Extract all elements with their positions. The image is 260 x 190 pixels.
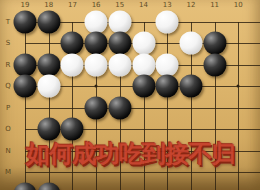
white-stone xyxy=(85,53,108,76)
black-stone xyxy=(61,32,84,55)
go-board-screenshot: TSRQPONM19181716151413121110 如何成功吃到接不归 xyxy=(0,0,260,190)
black-stone xyxy=(156,75,179,98)
row-label: N xyxy=(5,147,10,154)
row-label: P xyxy=(6,104,10,111)
row-label: Q xyxy=(5,83,11,90)
white-stone xyxy=(132,53,155,76)
caption-overlay: 如何成功吃到接不归 xyxy=(26,141,256,167)
column-label: 13 xyxy=(163,1,172,8)
black-stone xyxy=(37,10,60,33)
column-label: 14 xyxy=(139,1,148,8)
white-stone xyxy=(132,32,155,55)
white-stone xyxy=(179,32,202,55)
row-label: O xyxy=(5,126,11,133)
star-point xyxy=(95,85,98,88)
column-label: 16 xyxy=(92,1,101,8)
column-label: 19 xyxy=(21,1,30,8)
black-stone xyxy=(37,182,60,190)
black-stone xyxy=(179,75,202,98)
row-label: R xyxy=(6,61,11,68)
black-stone xyxy=(132,75,155,98)
white-stone xyxy=(108,10,131,33)
row-label: M xyxy=(5,169,11,176)
column-label: 18 xyxy=(44,1,53,8)
star-point xyxy=(237,85,240,88)
grid-hline xyxy=(25,108,260,109)
row-label: S xyxy=(6,40,10,47)
white-stone xyxy=(156,10,179,33)
white-stone xyxy=(61,53,84,76)
column-label: 17 xyxy=(68,1,77,8)
black-stone xyxy=(85,32,108,55)
white-stone xyxy=(37,75,60,98)
column-label: 12 xyxy=(186,1,195,8)
column-label: 10 xyxy=(234,1,243,8)
black-stone xyxy=(14,10,37,33)
black-stone xyxy=(14,182,37,190)
white-stone xyxy=(85,10,108,33)
black-stone xyxy=(108,32,131,55)
grid-hline xyxy=(25,172,260,173)
black-stone xyxy=(61,118,84,141)
black-stone xyxy=(203,32,226,55)
white-stone xyxy=(108,53,131,76)
black-stone xyxy=(14,53,37,76)
black-stone xyxy=(85,96,108,119)
black-stone xyxy=(14,75,37,98)
column-label: 11 xyxy=(210,1,219,8)
black-stone xyxy=(37,118,60,141)
black-stone xyxy=(203,53,226,76)
black-stone xyxy=(108,96,131,119)
white-stone xyxy=(156,53,179,76)
black-stone xyxy=(37,53,60,76)
row-label: T xyxy=(6,18,10,25)
grid-hline xyxy=(25,22,260,23)
column-label: 15 xyxy=(115,1,124,8)
